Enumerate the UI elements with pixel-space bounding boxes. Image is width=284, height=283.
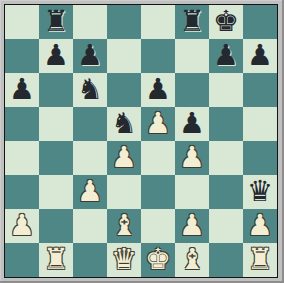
square-b3[interactable] — [39, 175, 73, 209]
square-f7[interactable] — [175, 39, 209, 73]
board-frame: ♜♜♚♟♟♟♟♟♞♟♞♟♟♟♟♟♛♟♝♟♟♜♛♚♝♜ — [0, 0, 284, 283]
square-d4[interactable]: ♟ — [107, 141, 141, 175]
piece-white-pawn[interactable]: ♟ — [175, 209, 209, 243]
square-a4[interactable] — [5, 141, 39, 175]
piece-white-pawn[interactable]: ♟ — [175, 141, 209, 175]
square-f2[interactable]: ♟ — [175, 209, 209, 243]
piece-white-pawn[interactable]: ♟ — [141, 107, 175, 141]
piece-black-pawn[interactable]: ♟ — [209, 39, 243, 73]
square-e7[interactable] — [141, 39, 175, 73]
square-f6[interactable] — [175, 73, 209, 107]
square-h8[interactable] — [243, 5, 277, 39]
piece-black-knight[interactable]: ♞ — [107, 107, 141, 141]
square-a2[interactable]: ♟ — [5, 209, 39, 243]
square-c1[interactable] — [73, 243, 107, 277]
square-b7[interactable]: ♟ — [39, 39, 73, 73]
piece-black-rook[interactable]: ♜ — [39, 5, 73, 39]
square-f3[interactable] — [175, 175, 209, 209]
square-b1[interactable]: ♜ — [39, 243, 73, 277]
square-b4[interactable] — [39, 141, 73, 175]
square-a1[interactable] — [5, 243, 39, 277]
square-h5[interactable] — [243, 107, 277, 141]
square-d8[interactable] — [107, 5, 141, 39]
square-h2[interactable]: ♟ — [243, 209, 277, 243]
square-a5[interactable] — [5, 107, 39, 141]
piece-white-queen[interactable]: ♛ — [107, 243, 141, 277]
piece-white-pawn[interactable]: ♟ — [107, 141, 141, 175]
square-d5[interactable]: ♞ — [107, 107, 141, 141]
square-d2[interactable]: ♝ — [107, 209, 141, 243]
square-c2[interactable] — [73, 209, 107, 243]
square-b8[interactable]: ♜ — [39, 5, 73, 39]
square-f8[interactable]: ♜ — [175, 5, 209, 39]
square-h6[interactable] — [243, 73, 277, 107]
square-e2[interactable] — [141, 209, 175, 243]
square-g5[interactable] — [209, 107, 243, 141]
square-c3[interactable]: ♟ — [73, 175, 107, 209]
square-a3[interactable] — [5, 175, 39, 209]
square-g4[interactable] — [209, 141, 243, 175]
square-d1[interactable]: ♛ — [107, 243, 141, 277]
square-c6[interactable]: ♞ — [73, 73, 107, 107]
square-a6[interactable]: ♟ — [5, 73, 39, 107]
piece-black-queen[interactable]: ♛ — [243, 175, 277, 209]
square-b6[interactable] — [39, 73, 73, 107]
square-g6[interactable] — [209, 73, 243, 107]
square-g2[interactable] — [209, 209, 243, 243]
square-h3[interactable]: ♛ — [243, 175, 277, 209]
piece-black-pawn[interactable]: ♟ — [175, 107, 209, 141]
square-e4[interactable] — [141, 141, 175, 175]
square-h7[interactable]: ♟ — [243, 39, 277, 73]
piece-white-rook[interactable]: ♜ — [243, 243, 277, 277]
piece-white-pawn[interactable]: ♟ — [73, 175, 107, 209]
piece-black-pawn[interactable]: ♟ — [243, 39, 277, 73]
square-c7[interactable]: ♟ — [73, 39, 107, 73]
square-d6[interactable] — [107, 73, 141, 107]
piece-black-pawn[interactable]: ♟ — [73, 39, 107, 73]
square-e5[interactable]: ♟ — [141, 107, 175, 141]
square-c4[interactable] — [73, 141, 107, 175]
piece-black-pawn[interactable]: ♟ — [141, 73, 175, 107]
piece-white-bishop[interactable]: ♝ — [107, 209, 141, 243]
piece-black-knight[interactable]: ♞ — [73, 73, 107, 107]
piece-black-king[interactable]: ♚ — [209, 5, 243, 39]
square-a8[interactable] — [5, 5, 39, 39]
piece-white-pawn[interactable]: ♟ — [5, 209, 39, 243]
piece-white-pawn[interactable]: ♟ — [243, 209, 277, 243]
piece-black-pawn[interactable]: ♟ — [5, 73, 39, 107]
square-a7[interactable] — [5, 39, 39, 73]
square-f1[interactable]: ♝ — [175, 243, 209, 277]
square-f5[interactable]: ♟ — [175, 107, 209, 141]
piece-white-king[interactable]: ♚ — [141, 243, 175, 277]
square-d3[interactable] — [107, 175, 141, 209]
piece-white-rook[interactable]: ♜ — [39, 243, 73, 277]
square-d7[interactable] — [107, 39, 141, 73]
piece-black-rook[interactable]: ♜ — [175, 5, 209, 39]
piece-white-bishop[interactable]: ♝ — [175, 243, 209, 277]
square-g3[interactable] — [209, 175, 243, 209]
piece-black-pawn[interactable]: ♟ — [39, 39, 73, 73]
square-c8[interactable] — [73, 5, 107, 39]
square-b5[interactable] — [39, 107, 73, 141]
square-f4[interactable]: ♟ — [175, 141, 209, 175]
square-e1[interactable]: ♚ — [141, 243, 175, 277]
square-h4[interactable] — [243, 141, 277, 175]
square-b2[interactable] — [39, 209, 73, 243]
chess-board: ♜♜♚♟♟♟♟♟♞♟♞♟♟♟♟♟♛♟♝♟♟♜♛♚♝♜ — [4, 4, 278, 278]
square-g8[interactable]: ♚ — [209, 5, 243, 39]
square-g7[interactable]: ♟ — [209, 39, 243, 73]
square-h1[interactable]: ♜ — [243, 243, 277, 277]
square-e3[interactable] — [141, 175, 175, 209]
square-c5[interactable] — [73, 107, 107, 141]
square-e8[interactable] — [141, 5, 175, 39]
square-g1[interactable] — [209, 243, 243, 277]
square-e6[interactable]: ♟ — [141, 73, 175, 107]
